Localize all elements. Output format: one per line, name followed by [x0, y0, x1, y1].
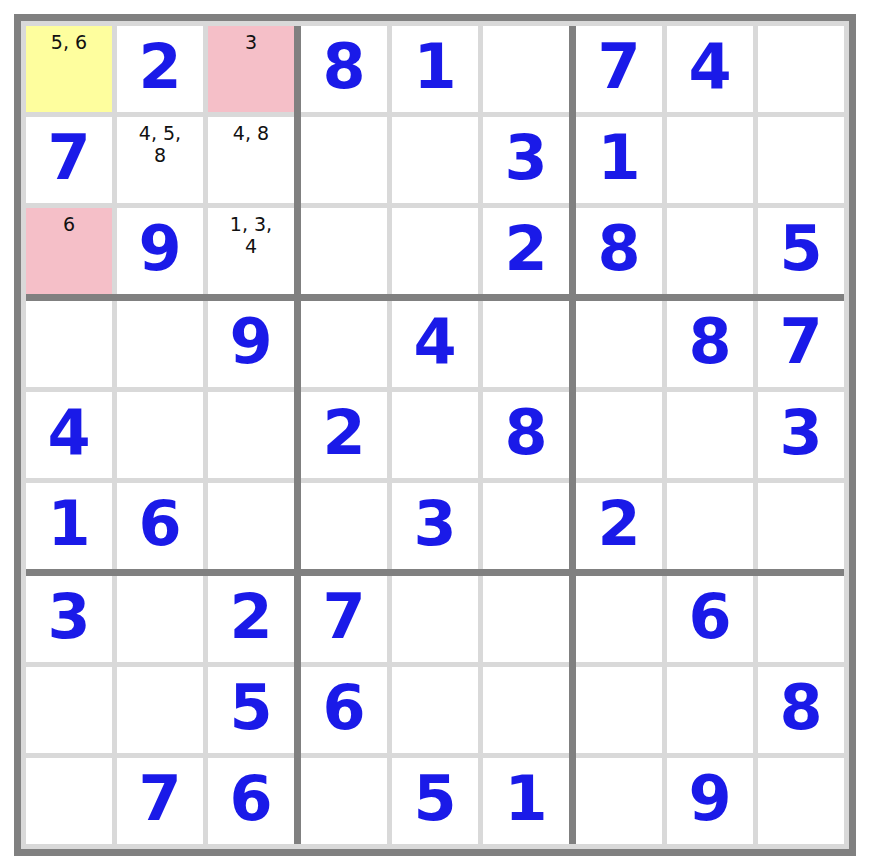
- box-3: 74185: [576, 26, 844, 294]
- cell-digit: 2: [229, 586, 272, 652]
- cell-r9c2[interactable]: 7: [117, 758, 203, 844]
- cell-r3c7[interactable]: 8: [576, 208, 662, 294]
- cell-digit: 2: [504, 218, 547, 284]
- cell-digit: 6: [322, 677, 365, 743]
- cell-digit: 6: [138, 493, 181, 559]
- cell-r4c4[interactable]: [301, 301, 387, 387]
- cell-digit: 2: [597, 493, 640, 559]
- cell-r6c7[interactable]: 2: [576, 483, 662, 569]
- cell-r8c4[interactable]: 6: [301, 667, 387, 753]
- cell-digit: 7: [779, 311, 822, 377]
- cell-digit: 5: [229, 677, 272, 743]
- cell-r4c6[interactable]: [483, 301, 569, 387]
- cell-r7c3[interactable]: 2: [208, 576, 294, 662]
- cell-digit: 1: [504, 768, 547, 834]
- cell-r4c9[interactable]: 7: [758, 301, 844, 387]
- cell-digit: 3: [779, 402, 822, 468]
- cell-r6c6[interactable]: [483, 483, 569, 569]
- cell-digit: 8: [504, 402, 547, 468]
- cell-r8c7[interactable]: [576, 667, 662, 753]
- cell-r1c1[interactable]: 5, 6: [26, 26, 112, 112]
- cell-digit: 7: [322, 586, 365, 652]
- cell-digit: 4: [413, 311, 456, 377]
- cell-r4c5[interactable]: 4: [392, 301, 478, 387]
- cell-r3c2[interactable]: 9: [117, 208, 203, 294]
- pencil-marks: 3: [208, 31, 294, 53]
- cell-r2c1[interactable]: 7: [26, 117, 112, 203]
- cell-r2c3[interactable]: 4, 8: [208, 117, 294, 203]
- cell-r7c6[interactable]: [483, 576, 569, 662]
- cell-r2c5[interactable]: [392, 117, 478, 203]
- sudoku-board: 5, 62374, 5,84, 8691, 3,4813274185941642…: [14, 14, 856, 856]
- cell-digit: 7: [138, 768, 181, 834]
- cell-r4c7[interactable]: [576, 301, 662, 387]
- cell-r2c9[interactable]: [758, 117, 844, 203]
- cell-r3c4[interactable]: [301, 208, 387, 294]
- page: 5, 62374, 5,84, 8691, 3,4813274185941642…: [0, 0, 876, 868]
- cell-r3c9[interactable]: 5: [758, 208, 844, 294]
- cell-r7c8[interactable]: 6: [667, 576, 753, 662]
- cell-r6c5[interactable]: 3: [392, 483, 478, 569]
- cell-r9c7[interactable]: [576, 758, 662, 844]
- cell-r8c6[interactable]: [483, 667, 569, 753]
- cell-r9c5[interactable]: 5: [392, 758, 478, 844]
- cell-digit: 2: [138, 36, 181, 102]
- cell-r6c9[interactable]: [758, 483, 844, 569]
- cell-digit: 4: [47, 402, 90, 468]
- cell-digit: 7: [47, 127, 90, 193]
- box-5: 4283: [301, 301, 569, 569]
- cell-r7c9[interactable]: [758, 576, 844, 662]
- pencil-marks: 1, 3,4: [208, 213, 294, 257]
- cell-digit: 8: [322, 36, 365, 102]
- cell-digit: 7: [597, 36, 640, 102]
- pencil-line: 1, 3,: [208, 213, 294, 235]
- cell-r8c3[interactable]: 5: [208, 667, 294, 753]
- cell-r9c9[interactable]: [758, 758, 844, 844]
- cell-r5c4[interactable]: 2: [301, 392, 387, 478]
- cell-r3c1[interactable]: 6: [26, 208, 112, 294]
- cell-r1c5[interactable]: 1: [392, 26, 478, 112]
- cell-r4c2[interactable]: [117, 301, 203, 387]
- cell-digit: 9: [229, 311, 272, 377]
- cell-digit: 1: [413, 36, 456, 102]
- cell-r9c6[interactable]: 1: [483, 758, 569, 844]
- cell-r1c6[interactable]: [483, 26, 569, 112]
- cell-r2c7[interactable]: 1: [576, 117, 662, 203]
- cell-r2c8[interactable]: [667, 117, 753, 203]
- cell-digit: 8: [779, 677, 822, 743]
- box-9: 689: [576, 576, 844, 844]
- cell-r1c4[interactable]: 8: [301, 26, 387, 112]
- pencil-marks: 4, 8: [208, 122, 294, 144]
- cell-digit: 5: [413, 768, 456, 834]
- cell-r6c3[interactable]: [208, 483, 294, 569]
- pencil-line: 4: [208, 235, 294, 257]
- cell-digit: 3: [504, 127, 547, 193]
- cell-r4c3[interactable]: 9: [208, 301, 294, 387]
- pencil-line: 8: [117, 144, 203, 166]
- cell-r2c6[interactable]: 3: [483, 117, 569, 203]
- cell-r6c1[interactable]: 1: [26, 483, 112, 569]
- cell-r9c4[interactable]: [301, 758, 387, 844]
- pencil-line: 5, 6: [26, 31, 112, 53]
- cell-r5c2[interactable]: [117, 392, 203, 478]
- cell-r5c7[interactable]: [576, 392, 662, 478]
- cell-r6c4[interactable]: [301, 483, 387, 569]
- cell-r5c8[interactable]: [667, 392, 753, 478]
- cell-r8c1[interactable]: [26, 667, 112, 753]
- pencil-line: 4, 8: [208, 122, 294, 144]
- cell-r1c2[interactable]: 2: [117, 26, 203, 112]
- cell-r5c3[interactable]: [208, 392, 294, 478]
- cell-r1c7[interactable]: 7: [576, 26, 662, 112]
- cell-digit: 9: [688, 768, 731, 834]
- box-7: 32576: [26, 576, 294, 844]
- cell-r7c4[interactable]: 7: [301, 576, 387, 662]
- pencil-marks: 5, 6: [26, 31, 112, 53]
- cell-digit: 5: [779, 218, 822, 284]
- cell-r9c1[interactable]: [26, 758, 112, 844]
- cell-r5c9[interactable]: 3: [758, 392, 844, 478]
- cell-digit: 1: [47, 493, 90, 559]
- cell-r3c8[interactable]: [667, 208, 753, 294]
- cell-r5c5[interactable]: [392, 392, 478, 478]
- pencil-marks: 6: [26, 213, 112, 235]
- cell-r7c1[interactable]: 3: [26, 576, 112, 662]
- cell-r7c2[interactable]: [117, 576, 203, 662]
- cell-r3c3[interactable]: 1, 3,4: [208, 208, 294, 294]
- cell-digit: 8: [688, 311, 731, 377]
- cell-r5c1[interactable]: 4: [26, 392, 112, 478]
- cell-digit: 4: [688, 36, 731, 102]
- cell-digit: 6: [688, 586, 731, 652]
- cell-r8c9[interactable]: 8: [758, 667, 844, 753]
- cell-r6c2[interactable]: 6: [117, 483, 203, 569]
- cell-r6c8[interactable]: [667, 483, 753, 569]
- cell-r3c6[interactable]: 2: [483, 208, 569, 294]
- cell-r1c9[interactable]: [758, 26, 844, 112]
- cell-r1c3[interactable]: 3: [208, 26, 294, 112]
- cell-r2c4[interactable]: [301, 117, 387, 203]
- box-1: 5, 62374, 5,84, 8691, 3,4: [26, 26, 294, 294]
- cell-digit: 3: [413, 493, 456, 559]
- box-6: 8732: [576, 301, 844, 569]
- box-8: 7651: [301, 576, 569, 844]
- cell-digit: 8: [597, 218, 640, 284]
- cell-r8c8[interactable]: [667, 667, 753, 753]
- cell-r4c8[interactable]: 8: [667, 301, 753, 387]
- cell-r8c2[interactable]: [117, 667, 203, 753]
- pencil-line: 4, 5,: [117, 122, 203, 144]
- cell-digit: 3: [47, 586, 90, 652]
- sudoku-boxes: 5, 62374, 5,84, 8691, 3,4813274185941642…: [26, 26, 844, 844]
- pencil-line: 6: [26, 213, 112, 235]
- pencil-line: 3: [208, 31, 294, 53]
- cell-r1c8[interactable]: 4: [667, 26, 753, 112]
- cell-r8c5[interactable]: [392, 667, 478, 753]
- cell-digit: 6: [229, 768, 272, 834]
- cell-digit: 2: [322, 402, 365, 468]
- cell-r9c3[interactable]: 6: [208, 758, 294, 844]
- cell-r4c1[interactable]: [26, 301, 112, 387]
- cell-r7c7[interactable]: [576, 576, 662, 662]
- cell-r5c6[interactable]: 8: [483, 392, 569, 478]
- cell-digit: 9: [138, 218, 181, 284]
- cell-digit: 1: [597, 127, 640, 193]
- cell-r2c2[interactable]: 4, 5,8: [117, 117, 203, 203]
- cell-r9c8[interactable]: 9: [667, 758, 753, 844]
- box-4: 9416: [26, 301, 294, 569]
- pencil-marks: 4, 5,8: [117, 122, 203, 166]
- box-2: 8132: [301, 26, 569, 294]
- cell-r3c5[interactable]: [392, 208, 478, 294]
- cell-r7c5[interactable]: [392, 576, 478, 662]
